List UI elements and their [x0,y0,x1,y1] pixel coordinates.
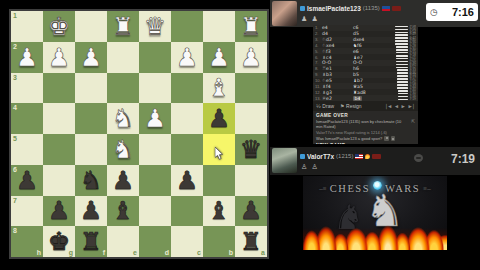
square-a4[interactable] [235,103,267,134]
opponent-username[interactable]: IsmaelPaclate123 [307,5,361,12]
move-number: 11. [315,84,322,89]
square-d8[interactable]: d [139,226,171,257]
black-move[interactable]: e6 [353,49,384,54]
move-row-6[interactable]: 6.♗c4♝e79:189:01 [313,54,418,60]
black-move[interactable]: ♛a5 [353,84,384,89]
square-h6[interactable]: ♟6 [11,165,43,196]
chess-board[interactable]: 1♚♜♛♜♟2♟♟♟♟♟3♝4♞♟♟5♞♛♟6♞♟♟7♟♟♝♝♟8h♚g♜fed… [11,11,267,257]
rank-label-7: 7 [13,197,17,204]
square-a6[interactable] [235,165,267,196]
right-panel: IsmaelPaclate123 (1135) ♟ ♟ ◷ 7:16 1.e4c… [270,0,480,270]
draw-icon: ½ [316,103,321,109]
rank-label-5: 5 [13,135,17,142]
white-piece-e5: ♞ [107,134,139,165]
membership-badge-icon [300,6,305,11]
black-move[interactable]: b5 [353,72,384,77]
file-label-f: f [103,249,105,256]
black-piece-g7: ♟ [43,196,75,227]
black-move[interactable]: d5 [353,31,384,36]
opponent-badge-icon [392,6,401,11]
move-number: 13. [315,96,322,101]
file-label-c: c [197,249,201,256]
square-a3[interactable] [235,73,267,104]
square-f4[interactable] [75,103,107,134]
move-number: 5. [315,49,322,54]
square-g1[interactable]: ♚ [43,11,75,42]
white-piece-d4: ♟ [139,103,171,134]
opponent-clock: ◷ 7:16 [426,3,478,21]
move-number: 7. [315,60,322,65]
black-piece-f6: ♞ [75,165,107,196]
new-game-title: NEW GAME [316,143,415,144]
file-label-e: e [133,249,137,256]
thumbs-down-icon[interactable] [391,136,396,141]
opponent-flag-icon [382,6,390,11]
move-row-2[interactable]: 2.d4d59:549:49 [313,31,418,37]
streamer-player-bar: ValorT7x (1215) ♙ ♙ 7:19 [270,147,480,175]
square-a1[interactable]: ♜ [235,11,267,42]
white-piece-a2: ♟ [235,42,267,73]
membership-badge-icon [300,154,305,159]
opponent-rating: (1135) [363,5,380,11]
white-move[interactable]: ♘e5 [322,78,353,83]
square-c4[interactable] [171,103,203,134]
move-number: 12. [315,90,322,95]
move-number: 10. [315,78,322,83]
white-piece-d1: ♛ [139,11,171,42]
white-piece-e4: ♞ [107,103,139,134]
move-row-7[interactable]: 7.O-OO-O9:058:49 [313,60,418,66]
black-move[interactable]: h6 [353,66,384,71]
square-h3[interactable]: 3 [11,73,43,104]
square-c6[interactable]: ♟ [171,165,203,196]
white-move[interactable]: ♘f3 [322,49,353,54]
black-piece-e6: ♟ [107,165,139,196]
white-move[interactable]: O-O [322,60,353,65]
square-c3[interactable] [171,73,203,104]
white-move[interactable]: ♗g3 [322,90,353,95]
game-over-title: GAME OVER [316,113,415,118]
square-h1[interactable]: 1 [11,11,43,42]
square-g3[interactable] [43,73,75,104]
square-e8[interactable]: e [107,226,139,257]
banner-deco-left: –≡ [319,185,326,193]
square-b5[interactable] [203,134,235,165]
banner-title-right: WARS [385,183,420,194]
square-c2[interactable]: ♟ [171,42,203,73]
black-piece-g8: ♚ [43,226,75,257]
streamer-username[interactable]: ValorT7x [307,153,334,160]
square-d7[interactable] [139,196,171,227]
draw-button[interactable]: ½ Draw [316,103,334,109]
square-h4[interactable]: 4 [11,103,43,134]
black-piece-b4: ♟ [203,103,235,134]
square-b8[interactable]: b [203,226,235,257]
banner-title: –≡ CHESS WARS ≡– [303,183,447,194]
file-label-a: a [261,249,265,256]
opponent-captured-pieces: ♟ ♟ [301,15,319,23]
square-b1[interactable] [203,11,235,42]
streamer-flag-icon [355,154,363,159]
square-g8[interactable]: ♚g [43,226,75,257]
square-e5[interactable]: ♞ [107,134,139,165]
white-piece-e1: ♜ [107,11,139,42]
streamer-badge-icon [372,154,381,159]
chat-bubble-icon[interactable] [414,154,423,162]
black-move[interactable]: b4 [353,96,384,101]
square-e4[interactable]: ♞ [107,103,139,134]
white-piece-a1: ♜ [235,11,267,42]
square-d1[interactable]: ♛ [139,11,171,42]
white-move[interactable]: ♕e2 [322,96,353,101]
streamer-rating: (1215) [336,153,353,159]
square-b4[interactable]: ♟ [203,103,235,134]
good-sport-row: Was IsmaelPaclate123 a good sport? [316,136,415,141]
thumbs-up-icon[interactable] [384,136,389,141]
move-row-12[interactable]: 12.♗g3♜ad87:407:30 [313,89,418,95]
file-label-b: b [229,249,233,256]
white-piece-b3: ♝ [203,73,235,104]
square-f5[interactable] [75,134,107,165]
square-d3[interactable] [139,73,171,104]
white-move[interactable]: d4 [322,31,353,36]
white-move[interactable]: ♘d2 [322,37,353,42]
move-navigation: |◀◀▶▶| [385,103,415,109]
black-piece-e7: ♝ [107,196,139,227]
black-piece-c6: ♟ [171,165,203,196]
black-move[interactable]: ♞f6 [353,43,384,48]
result-line: IsmaelPaclate123 (1135) won by checkmate… [316,119,415,129]
square-g5[interactable] [43,134,75,165]
square-d5[interactable] [139,134,171,165]
square-g2[interactable]: ♟ [43,42,75,73]
white-piece-g1: ♚ [43,11,75,42]
square-c7[interactable] [171,196,203,227]
move-number: 4. [315,43,322,48]
square-b6[interactable] [203,165,235,196]
clock-icon: ◷ [430,7,438,17]
move-row-4[interactable]: 4.♘xe4♞f69:399:28 [313,43,418,49]
move-number: 2. [315,31,322,36]
nav-forward-icon[interactable]: ▶ [402,103,405,109]
square-f1[interactable] [75,11,107,42]
move-number: 3. [315,37,322,42]
square-b7[interactable]: ♝ [203,196,235,227]
chess-wars-banner: –≡ CHESS WARS ≡– ♞ ♞ [303,176,447,250]
white-piece-c2: ♟ [171,42,203,73]
opponent-player-bar: IsmaelPaclate123 (1135) ♟ ♟ ◷ 7:16 [270,0,480,27]
square-d4[interactable]: ♟ [139,103,171,134]
move-row-5[interactable]: 5.♘f3e69:309:15 [313,48,418,54]
streak-fire-icon [365,154,370,159]
board-frame: 1♚♜♛♜♟2♟♟♟♟♟3♝4♞♟♟5♞♛♟6♞♟♟7♟♟♝♝♟8h♚g♜fed… [9,9,269,259]
white-piece-g2: ♟ [43,42,75,73]
square-c5[interactable] [171,134,203,165]
black-piece-h6: ♟ [11,165,43,196]
move-row-8[interactable]: 8.♖e1h68:528:33 [313,66,418,72]
good-sport-question: Was IsmaelPaclate123 a good sport? [316,136,382,141]
square-h8[interactable]: 8h [11,226,43,257]
rating-change-line: ValorT7x's new Rapid rating is 1214 (-6) [316,130,415,135]
rank-label-8: 8 [13,227,17,234]
move-list[interactable]: 1.e4c69:589:562.d4d59:549:493.♘d2dxe49:4… [313,25,418,101]
square-f8[interactable]: ♜f [75,226,107,257]
square-e7[interactable]: ♝ [107,196,139,227]
black-move[interactable]: O-O [353,60,384,65]
streamer-clock-time: 7:19 [451,152,475,166]
square-h2[interactable]: ♟2 [11,42,43,73]
white-move[interactable]: ♗f4 [322,84,353,89]
move-times: 7:167:19 [398,96,416,101]
move-row-3[interactable]: 3.♘d2dxe49:479:40 [313,37,418,43]
square-e2[interactable] [107,42,139,73]
black-piece-a5: ♛ [235,134,267,165]
white-move[interactable]: ♖e1 [322,66,353,71]
square-c1[interactable] [171,11,203,42]
rank-label-1: 1 [13,12,17,19]
square-g4[interactable] [43,103,75,134]
move-row-10[interactable]: 10.♘e5♝b78:177:59 [313,78,418,84]
game-actions-row: ½ Draw ⚑ Resign |◀◀▶▶| [313,101,418,111]
square-a2[interactable]: ♟ [235,42,267,73]
square-f3[interactable] [75,73,107,104]
banner-deco-right: ≡– [423,185,430,193]
move-row-9[interactable]: 9.♗b3b58:368:14 [313,72,418,78]
white-piece-f2: ♟ [75,42,107,73]
square-b2[interactable]: ♟ [203,42,235,73]
white-piece-h2: ♟ [11,42,43,73]
game-over-panel: GAME OVER IsmaelPaclate123 (1135) won by… [313,111,418,144]
square-e6[interactable]: ♟ [107,165,139,196]
square-b3[interactable]: ♝ [203,73,235,104]
file-label-h: h [37,249,41,256]
resign-flag-icon: ⚑ [340,103,344,109]
move-number: 9. [315,72,322,77]
black-move[interactable]: ♜ad8 [353,90,384,95]
move-number: 1. [315,25,322,30]
rank-label-2: 2 [13,43,17,50]
opponent-clock-time: 7:16 [452,6,474,18]
move-number: 6. [315,55,322,60]
square-h7[interactable]: 7 [11,196,43,227]
black-move[interactable]: c6 [353,25,384,30]
rank-label-3: 3 [13,74,17,81]
resign-button[interactable]: ⚑ Resign [340,103,362,109]
file-label-g: g [69,249,73,256]
white-move[interactable]: e4 [322,25,353,30]
white-move[interactable]: ♘xe4 [322,43,353,48]
streamer-avatar[interactable] [272,148,297,173]
nav-first-icon[interactable]: |◀ [385,103,392,109]
square-e1[interactable]: ♜ [107,11,139,42]
black-move[interactable]: dxe4 [353,37,384,42]
square-d2[interactable] [139,42,171,73]
square-a7[interactable]: ♟ [235,196,267,227]
square-e3[interactable] [107,73,139,104]
square-g7[interactable]: ♟ [43,196,75,227]
file-label-d: d [165,249,169,256]
rank-label-4: 4 [13,104,17,111]
black-piece-b7: ♝ [203,196,235,227]
square-f2[interactable]: ♟ [75,42,107,73]
nav-last-icon[interactable]: ▶| [408,103,415,109]
glowing-orb-icon [373,181,382,190]
white-piece-b2: ♟ [203,42,235,73]
flames-graphic [303,224,447,250]
share-icon[interactable]: ⇱ [411,119,415,124]
rank-label-6: 6 [13,166,17,173]
square-f6[interactable]: ♞ [75,165,107,196]
square-h5[interactable]: 5 [11,134,43,165]
square-f7[interactable]: ♟ [75,196,107,227]
square-a8[interactable]: ♜a [235,226,267,257]
move-row-11[interactable]: 11.♗f4♛a57:587:44 [313,83,418,89]
streamer-captured-pieces: ♙ ♙ [301,163,319,171]
square-g6[interactable] [43,165,75,196]
banner-title-left: CHESS [330,183,370,194]
white-move[interactable]: ♗c4 [322,55,353,60]
opponent-avatar[interactable] [272,1,297,26]
move-number: 8. [315,66,322,71]
nav-back-icon[interactable]: ◀ [395,103,398,109]
black-piece-a7: ♟ [235,196,267,227]
black-move[interactable]: ♝b7 [353,78,384,83]
black-piece-f8: ♜ [75,226,107,257]
black-move[interactable]: ♝e7 [353,55,384,60]
black-piece-a8: ♜ [235,226,267,257]
move-row-1[interactable]: 1.e4c69:589:56 [313,25,418,31]
white-move[interactable]: ♗b3 [322,72,353,77]
black-piece-f7: ♟ [75,196,107,227]
square-c8[interactable]: c [171,226,203,257]
square-d6[interactable] [139,165,171,196]
square-a5[interactable]: ♛ [235,134,267,165]
